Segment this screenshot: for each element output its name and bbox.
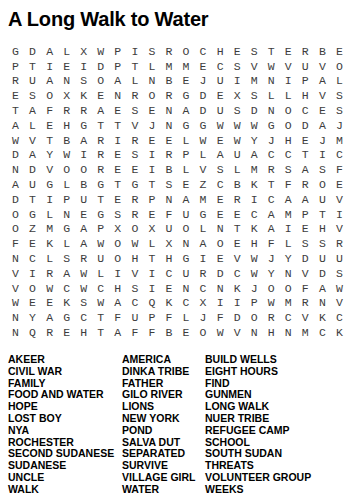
grid-cell-r14c13: O bbox=[212, 236, 229, 251]
grid-cell-r19c15: O bbox=[246, 310, 263, 325]
grid-cell-r12c5: E bbox=[75, 207, 92, 222]
grid-cell-r4c7: N bbox=[109, 88, 126, 103]
grid-cell-r12c10: F bbox=[160, 207, 177, 222]
grid-cell-r17c2: O bbox=[24, 281, 41, 296]
grid-cell-r9c7: E bbox=[109, 162, 126, 177]
grid-cell-r18c15: P bbox=[246, 296, 263, 311]
grid-cell-r3c20: L bbox=[331, 74, 348, 89]
grid-cell-r9c13: S bbox=[212, 162, 229, 177]
grid-cell-r9c15: M bbox=[246, 162, 263, 177]
grid-cell-r19c5: C bbox=[75, 310, 92, 325]
grid-cell-r16c8: V bbox=[126, 266, 143, 281]
grid-cell-r5c3: F bbox=[41, 103, 58, 118]
grid-cell-r19c7: F bbox=[109, 310, 126, 325]
grid-cell-r16c16: Y bbox=[263, 266, 280, 281]
grid-cell-r11c2: T bbox=[24, 192, 41, 207]
grid-cell-r18c20: V bbox=[331, 296, 348, 311]
grid-cell-r18c1: W bbox=[7, 296, 24, 311]
grid-cell-r16c4: A bbox=[58, 266, 75, 281]
grid-cell-r17c1: V bbox=[7, 281, 24, 296]
grid-cell-r7c1: W bbox=[7, 133, 24, 148]
grid-cell-r16c7: I bbox=[109, 266, 126, 281]
grid-cell-r17c16: O bbox=[263, 281, 280, 296]
grid-cell-r8c3: Y bbox=[41, 148, 58, 163]
grid-cell-r17c3: W bbox=[41, 281, 58, 296]
grid-cell-r8c16: C bbox=[263, 148, 280, 163]
grid-cell-r20c12: O bbox=[195, 325, 212, 340]
grid-cell-r10c5: B bbox=[75, 177, 92, 192]
grid-cell-r13c10: U bbox=[160, 222, 177, 237]
grid-cell-r20c20: K bbox=[331, 325, 348, 340]
grid-cell-r16c9: I bbox=[143, 266, 160, 281]
grid-cell-r3c4: N bbox=[58, 74, 75, 89]
grid-cell-r12c13: E bbox=[212, 207, 229, 222]
grid-cell-r6c10: N bbox=[160, 118, 177, 133]
grid-cell-r20c14: V bbox=[229, 325, 246, 340]
grid-cell-r20c18: M bbox=[297, 325, 314, 340]
grid-cell-r5c5: R bbox=[75, 103, 92, 118]
grid-cell-r3c19: A bbox=[314, 74, 331, 89]
grid-cell-r9c19: S bbox=[314, 162, 331, 177]
grid-cell-r9c17: S bbox=[280, 162, 297, 177]
grid-cell-r18c11: C bbox=[177, 296, 194, 311]
word-list: AKEERCIVIL WARFAMILYFOOD AND WATERHOPELO… bbox=[8, 354, 349, 496]
grid-cell-r12c8: R bbox=[126, 207, 143, 222]
grid-cell-r4c18: H bbox=[297, 88, 314, 103]
grid-cell-r12c19: T bbox=[314, 207, 331, 222]
grid-cell-r16c12: R bbox=[195, 266, 212, 281]
grid-cell-r19c13: F bbox=[212, 310, 229, 325]
grid-cell-r4c15: S bbox=[246, 88, 263, 103]
grid-cell-r19c8: U bbox=[126, 310, 143, 325]
grid-cell-r19c1: N bbox=[7, 310, 24, 325]
grid-cell-r9c6: R bbox=[92, 162, 109, 177]
grid-cell-r15c5: R bbox=[75, 251, 92, 266]
grid-cell-r13c9: X bbox=[143, 222, 160, 237]
grid-cell-r13c20: V bbox=[331, 222, 348, 237]
grid-cell-r4c13: E bbox=[212, 88, 229, 103]
grid-cell-r6c1: A bbox=[7, 118, 24, 133]
grid-cell-r3c14: I bbox=[229, 74, 246, 89]
grid-cell-r4c1: E bbox=[7, 88, 24, 103]
grid-cell-r6c6: T bbox=[92, 118, 109, 133]
grid-cell-r14c14: E bbox=[229, 236, 246, 251]
grid-cell-r8c8: S bbox=[126, 148, 143, 163]
grid-cell-r8c14: U bbox=[229, 148, 246, 163]
grid-cell-r5c15: D bbox=[246, 103, 263, 118]
grid-cell-r15c16: J bbox=[263, 251, 280, 266]
grid-cell-r15c17: Y bbox=[280, 251, 297, 266]
grid-cell-r7c3: T bbox=[41, 133, 58, 148]
grid-cell-r14c9: L bbox=[143, 236, 160, 251]
grid-cell-r11c4: P bbox=[58, 192, 75, 207]
grid-cell-r15c18: D bbox=[297, 251, 314, 266]
grid-cell-r11c9: P bbox=[143, 192, 160, 207]
grid-cell-r18c9: Q bbox=[143, 296, 160, 311]
grid-cell-r2c12: E bbox=[195, 59, 212, 74]
grid-cell-r15c3: L bbox=[41, 251, 58, 266]
grid-cell-r8c9: I bbox=[143, 148, 160, 163]
grid-cell-r1c13: H bbox=[212, 44, 229, 59]
grid-cell-r3c18: P bbox=[297, 74, 314, 89]
grid-cell-r13c2: Z bbox=[24, 222, 41, 237]
grid-cell-r15c4: S bbox=[58, 251, 75, 266]
grid-cell-r6c17: O bbox=[280, 118, 297, 133]
grid-cell-r18c4: K bbox=[58, 296, 75, 311]
word-item: UNCLE bbox=[8, 472, 122, 484]
grid-cell-r12c17: M bbox=[280, 207, 297, 222]
grid-cell-r8c11: P bbox=[177, 148, 194, 163]
grid-cell-r10c18: R bbox=[297, 177, 314, 192]
grid-cell-r6c15: W bbox=[246, 118, 263, 133]
grid-cell-r5c9: E bbox=[143, 103, 160, 118]
word-list-column-3: BUILD WELLSEIGHT HOURSFINDGUNMENLONG WAL… bbox=[205, 354, 349, 496]
grid-cell-r20c5: H bbox=[75, 325, 92, 340]
grid-cell-r20c15: N bbox=[246, 325, 263, 340]
grid-cell-r17c8: S bbox=[126, 281, 143, 296]
grid-cell-r5c17: O bbox=[280, 103, 297, 118]
grid-cell-r5c8: S bbox=[126, 103, 143, 118]
grid-cell-r7c11: L bbox=[177, 133, 194, 148]
grid-cell-r10c3: G bbox=[41, 177, 58, 192]
grid-cell-r14c7: O bbox=[109, 236, 126, 251]
grid-cell-r4c14: X bbox=[229, 88, 246, 103]
word-item: VILLAGE GIRL bbox=[122, 472, 205, 484]
grid-cell-r6c20: J bbox=[331, 118, 348, 133]
grid-cell-r16c13: D bbox=[212, 266, 229, 281]
grid-cell-r11c1: D bbox=[7, 192, 24, 207]
grid-cell-r9c8: E bbox=[126, 162, 143, 177]
grid-cell-r17c12: C bbox=[195, 281, 212, 296]
grid-cell-r3c16: N bbox=[263, 74, 280, 89]
grid-cell-r16c10: C bbox=[160, 266, 177, 281]
grid-cell-r13c16: A bbox=[263, 222, 280, 237]
grid-cell-r14c1: F bbox=[7, 236, 24, 251]
grid-cell-r1c20: E bbox=[331, 44, 348, 59]
grid-cell-r17c13: N bbox=[212, 281, 229, 296]
grid-cell-r3c3: A bbox=[41, 74, 58, 89]
grid-cell-r3c7: A bbox=[109, 74, 126, 89]
grid-cell-r6c19: A bbox=[314, 118, 331, 133]
grid-cell-r3c2: U bbox=[24, 74, 41, 89]
grid-cell-r20c11: E bbox=[177, 325, 194, 340]
grid-cell-r15c2: C bbox=[24, 251, 41, 266]
grid-cell-r16c11: U bbox=[177, 266, 194, 281]
grid-cell-r18c5: S bbox=[75, 296, 92, 311]
grid-cell-r9c1: N bbox=[7, 162, 24, 177]
grid-cell-r18c16: W bbox=[263, 296, 280, 311]
grid-cell-r8c15: A bbox=[246, 148, 263, 163]
grid-cell-r8c20: C bbox=[331, 148, 348, 163]
grid-cell-r14c20: R bbox=[331, 236, 348, 251]
grid-cell-r1c16: T bbox=[263, 44, 280, 59]
grid-cell-r8c18: T bbox=[297, 148, 314, 163]
grid-cell-r18c6: W bbox=[92, 296, 109, 311]
grid-cell-r5c19: E bbox=[314, 103, 331, 118]
grid-cell-r4c2: S bbox=[24, 88, 41, 103]
grid-cell-r18c12: X bbox=[195, 296, 212, 311]
grid-cell-r12c3: L bbox=[41, 207, 58, 222]
grid-cell-r18c7: A bbox=[109, 296, 126, 311]
grid-cell-r11c18: A bbox=[297, 192, 314, 207]
grid-cell-r9c20: F bbox=[331, 162, 348, 177]
grid-cell-r4c11: G bbox=[177, 88, 194, 103]
grid-cell-r11c8: R bbox=[126, 192, 143, 207]
grid-cell-r1c9: S bbox=[143, 44, 160, 59]
grid-cell-r1c2: D bbox=[24, 44, 41, 59]
grid-cell-r10c20: E bbox=[331, 177, 348, 192]
grid-cell-r4c20: S bbox=[331, 88, 348, 103]
grid-cell-r10c6: G bbox=[92, 177, 109, 192]
grid-cell-r10c9: T bbox=[143, 177, 160, 192]
grid-cell-r5c12: D bbox=[195, 103, 212, 118]
grid-cell-r14c19: S bbox=[314, 236, 331, 251]
grid-cell-r13c11: O bbox=[177, 222, 194, 237]
word-item: LOST BOY bbox=[8, 413, 122, 425]
grid-cell-r7c8: R bbox=[126, 133, 143, 148]
grid-cell-r15c20: U bbox=[331, 251, 348, 266]
grid-cell-r8c2: A bbox=[24, 148, 41, 163]
grid-cell-r12c20: I bbox=[331, 207, 348, 222]
grid-cell-r5c20: S bbox=[331, 103, 348, 118]
grid-cell-r16c6: L bbox=[92, 266, 109, 281]
grid-cell-r13c18: E bbox=[297, 222, 314, 237]
grid-cell-r9c5: O bbox=[75, 162, 92, 177]
grid-cell-r17c17: O bbox=[280, 281, 297, 296]
grid-cell-r7c13: E bbox=[212, 133, 229, 148]
word-item: DINKA TRIBE bbox=[122, 366, 205, 378]
grid-cell-r19c16: R bbox=[263, 310, 280, 325]
grid-cell-r13c7: X bbox=[109, 222, 126, 237]
grid-cell-r1c12: C bbox=[195, 44, 212, 59]
grid-cell-r11c10: N bbox=[160, 192, 177, 207]
grid-cell-r3c15: M bbox=[246, 74, 263, 89]
grid-cell-r20c16: H bbox=[263, 325, 280, 340]
grid-cell-r11c20: V bbox=[331, 192, 348, 207]
grid-cell-r19c20: C bbox=[331, 310, 348, 325]
grid-cell-r16c18: V bbox=[297, 266, 314, 281]
grid-cell-r17c18: F bbox=[297, 281, 314, 296]
grid-cell-r6c16: G bbox=[263, 118, 280, 133]
grid-cell-r20c1: N bbox=[7, 325, 24, 340]
word-list-column-2: AMERICADINKA TRIBEFATHERGILO RIVERLIONSN… bbox=[122, 354, 205, 496]
grid-cell-r10c17: F bbox=[280, 177, 297, 192]
grid-cell-r18c10: K bbox=[160, 296, 177, 311]
grid-cell-r1c1: G bbox=[7, 44, 24, 59]
grid-cell-r13c5: A bbox=[75, 222, 92, 237]
word-item: WATER bbox=[122, 484, 205, 496]
grid-cell-r1c17: E bbox=[280, 44, 297, 59]
grid-cell-r3c1: R bbox=[7, 74, 24, 89]
grid-cell-r6c13: W bbox=[212, 118, 229, 133]
grid-cell-r4c12: D bbox=[195, 88, 212, 103]
grid-cell-r9c18: A bbox=[297, 162, 314, 177]
grid-cell-r16c2: I bbox=[24, 266, 41, 281]
grid-cell-r11c7: E bbox=[109, 192, 126, 207]
grid-cell-r10c15: K bbox=[246, 177, 263, 192]
grid-cell-r9c11: L bbox=[177, 162, 194, 177]
grid-cell-r5c11: A bbox=[177, 103, 194, 118]
grid-cell-r15c6: U bbox=[92, 251, 109, 266]
grid-cell-r20c19: C bbox=[314, 325, 331, 340]
grid-cell-r8c4: W bbox=[58, 148, 75, 163]
grid-cell-r16c15: W bbox=[246, 266, 263, 281]
grid-cell-r4c9: O bbox=[143, 88, 160, 103]
grid-cell-r10c16: T bbox=[263, 177, 280, 192]
grid-cell-r1c8: I bbox=[126, 44, 143, 59]
grid-cell-r1c6: W bbox=[92, 44, 109, 59]
grid-cell-r1c5: X bbox=[75, 44, 92, 59]
grid-cell-r17c11: N bbox=[177, 281, 194, 296]
word-item: WEEKS bbox=[205, 484, 349, 496]
grid-cell-r12c4: N bbox=[58, 207, 75, 222]
grid-cell-r14c16: F bbox=[263, 236, 280, 251]
grid-cell-r10c19: O bbox=[314, 177, 331, 192]
grid-cell-r4c8: R bbox=[126, 88, 143, 103]
grid-cell-r5c6: A bbox=[92, 103, 109, 118]
grid-cell-r14c15: H bbox=[246, 236, 263, 251]
grid-cell-r7c19: J bbox=[314, 133, 331, 148]
grid-cell-r2c16: W bbox=[263, 59, 280, 74]
grid-cell-r6c11: G bbox=[177, 118, 194, 133]
grid-cell-r17c5: W bbox=[75, 281, 92, 296]
grid-cell-r8c10: R bbox=[160, 148, 177, 163]
grid-cell-r17c14: K bbox=[229, 281, 246, 296]
grid-cell-r4c4: X bbox=[58, 88, 75, 103]
grid-cell-r4c16: L bbox=[263, 88, 280, 103]
grid-cell-r9c3: V bbox=[41, 162, 58, 177]
grid-cell-r3c10: B bbox=[160, 74, 177, 89]
grid-cell-r9c2: D bbox=[24, 162, 41, 177]
grid-cell-r2c11: M bbox=[177, 59, 194, 74]
grid-cell-r18c19: N bbox=[314, 296, 331, 311]
grid-cell-r9c4: O bbox=[58, 162, 75, 177]
grid-cell-r4c17: L bbox=[280, 88, 297, 103]
grid-cell-r1c18: R bbox=[297, 44, 314, 59]
grid-cell-r15c15: W bbox=[246, 251, 263, 266]
grid-cell-r4c19: V bbox=[314, 88, 331, 103]
grid-cell-r13c12: L bbox=[195, 222, 212, 237]
grid-cell-r1c4: L bbox=[58, 44, 75, 59]
grid-cell-r16c17: N bbox=[280, 266, 297, 281]
grid-cell-r18c18: R bbox=[297, 296, 314, 311]
grid-cell-r19c9: P bbox=[143, 310, 160, 325]
grid-cell-r19c4: G bbox=[58, 310, 75, 325]
grid-cell-r5c2: A bbox=[24, 103, 41, 118]
grid-cell-r17c10: E bbox=[160, 281, 177, 296]
grid-cell-r12c18: P bbox=[297, 207, 314, 222]
grid-cell-r5c13: U bbox=[212, 103, 229, 118]
grid-cell-r14c4: L bbox=[58, 236, 75, 251]
grid-cell-r6c12: G bbox=[195, 118, 212, 133]
grid-cell-r11c3: I bbox=[41, 192, 58, 207]
grid-cell-r1c15: S bbox=[246, 44, 263, 59]
puzzle-title: A Long Walk to Water bbox=[8, 8, 208, 31]
grid-cell-r1c14: E bbox=[229, 44, 246, 59]
grid-cell-r6c2: L bbox=[24, 118, 41, 133]
grid-cell-r20c13: W bbox=[212, 325, 229, 340]
grid-cell-r12c6: G bbox=[92, 207, 109, 222]
word-search-page: A Long Walk to Water GDALXWPISROCHESTERB… bbox=[0, 0, 353, 500]
grid-cell-r12c7: S bbox=[109, 207, 126, 222]
grid-cell-r7c20: M bbox=[331, 133, 348, 148]
grid-cell-r6c4: H bbox=[58, 118, 75, 133]
grid-cell-r2c18: U bbox=[297, 59, 314, 74]
grid-cell-r13c14: T bbox=[229, 222, 246, 237]
grid-cell-r12c12: G bbox=[195, 207, 212, 222]
grid-cell-r7c15: Y bbox=[246, 133, 263, 148]
grid-cell-r2c20: O bbox=[331, 59, 348, 74]
grid-cell-r2c5: I bbox=[75, 59, 92, 74]
grid-cell-r20c6: T bbox=[92, 325, 109, 340]
grid-cell-r19c12: J bbox=[195, 310, 212, 325]
grid-cell-r6c5: G bbox=[75, 118, 92, 133]
grid-cell-r10c2: U bbox=[24, 177, 41, 192]
grid-cell-r19c3: A bbox=[41, 310, 58, 325]
grid-cell-r10c10: S bbox=[160, 177, 177, 192]
grid-cell-r9c9: I bbox=[143, 162, 160, 177]
grid-cell-r7c5: A bbox=[75, 133, 92, 148]
word-item: NYA bbox=[8, 425, 122, 437]
grid-cell-r19c17: C bbox=[280, 310, 297, 325]
grid-cell-r16c1: V bbox=[7, 266, 24, 281]
grid-cell-r20c17: N bbox=[280, 325, 297, 340]
grid-cell-r16c19: D bbox=[314, 266, 331, 281]
grid-cell-r11c13: E bbox=[212, 192, 229, 207]
grid-cell-r15c11: G bbox=[177, 251, 194, 266]
grid-cell-r7c7: I bbox=[109, 133, 126, 148]
grid-cell-r4c10: R bbox=[160, 88, 177, 103]
grid-cell-r15c7: O bbox=[109, 251, 126, 266]
grid-cell-r7c4: B bbox=[58, 133, 75, 148]
grid-cell-r16c14: C bbox=[229, 266, 246, 281]
grid-cell-r3c8: L bbox=[126, 74, 143, 89]
grid-cell-r13c19: H bbox=[314, 222, 331, 237]
grid-cell-r13c8: O bbox=[126, 222, 143, 237]
grid-cell-r3c5: S bbox=[75, 74, 92, 89]
grid-cell-r17c15: J bbox=[246, 281, 263, 296]
grid-cell-r10c13: C bbox=[212, 177, 229, 192]
grid-cell-r11c12: M bbox=[195, 192, 212, 207]
grid-cell-r7c14: W bbox=[229, 133, 246, 148]
grid-cell-r7c17: H bbox=[280, 133, 297, 148]
grid-cell-r16c5: W bbox=[75, 266, 92, 281]
grid-cell-r1c11: O bbox=[177, 44, 194, 59]
grid-cell-r11c17: A bbox=[280, 192, 297, 207]
grid-cell-r14c3: K bbox=[41, 236, 58, 251]
grid-cell-r17c4: C bbox=[58, 281, 75, 296]
grid-cell-r19c6: T bbox=[92, 310, 109, 325]
grid-cell-r7c18: E bbox=[297, 133, 314, 148]
grid-cell-r17c20: W bbox=[331, 281, 348, 296]
grid-cell-r2c14: S bbox=[229, 59, 246, 74]
grid-cell-r20c2: Q bbox=[24, 325, 41, 340]
grid-cell-r11c5: U bbox=[75, 192, 92, 207]
grid-cell-r8c19: I bbox=[314, 148, 331, 163]
grid-cell-r11c16: C bbox=[263, 192, 280, 207]
grid-cell-r7c6: R bbox=[92, 133, 109, 148]
grid-cell-r17c6: C bbox=[92, 281, 109, 296]
grid-cell-r8c12: L bbox=[195, 148, 212, 163]
grid-cell-r9c14: L bbox=[229, 162, 246, 177]
grid-cell-r15c12: I bbox=[195, 251, 212, 266]
grid-cell-r19c10: F bbox=[160, 310, 177, 325]
grid-cell-r8c7: E bbox=[109, 148, 126, 163]
grid-cell-r10c7: T bbox=[109, 177, 126, 192]
grid-cell-r4c3: O bbox=[41, 88, 58, 103]
grid-cell-r5c10: N bbox=[160, 103, 177, 118]
grid-cell-r14c2: E bbox=[24, 236, 41, 251]
